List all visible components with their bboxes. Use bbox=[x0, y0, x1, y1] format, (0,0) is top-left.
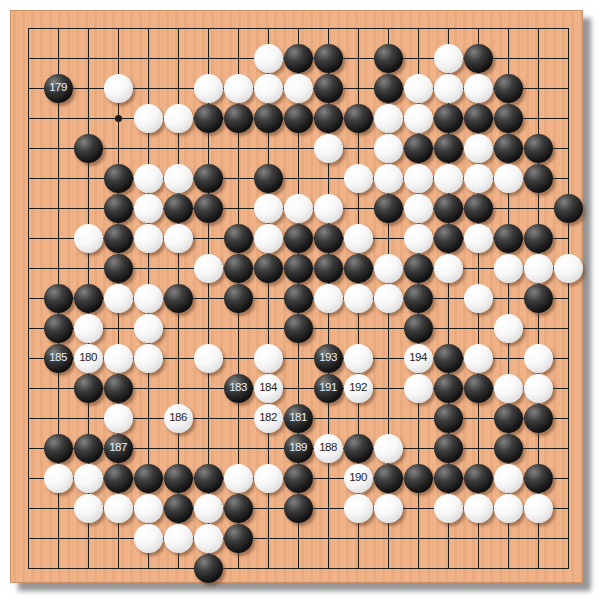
stone-white bbox=[134, 314, 163, 343]
stone-black bbox=[104, 224, 133, 253]
move-number-label: 180 bbox=[79, 352, 97, 364]
stone-move-191: 191 bbox=[314, 374, 343, 403]
move-number-label: 193 bbox=[319, 352, 337, 364]
stone-white bbox=[494, 374, 523, 403]
stone-white bbox=[284, 74, 313, 103]
stone-white bbox=[164, 164, 193, 193]
stone-white bbox=[134, 104, 163, 133]
stone-black bbox=[194, 164, 223, 193]
stone-black bbox=[434, 344, 463, 373]
stone-black bbox=[374, 74, 403, 103]
stone-black bbox=[254, 104, 283, 133]
stone-black bbox=[494, 224, 523, 253]
stone-white bbox=[524, 374, 553, 403]
stone-white bbox=[134, 194, 163, 223]
stone-black bbox=[314, 44, 343, 73]
grid-line-horizontal bbox=[28, 538, 569, 539]
stone-black bbox=[284, 464, 313, 493]
move-number-label: 186 bbox=[169, 412, 187, 424]
stone-white bbox=[134, 494, 163, 523]
stone-black bbox=[104, 464, 133, 493]
stone-white bbox=[434, 164, 463, 193]
stone-black bbox=[194, 464, 223, 493]
stone-black bbox=[404, 134, 433, 163]
move-number-label: 191 bbox=[319, 382, 337, 394]
stone-white bbox=[494, 494, 523, 523]
stone-black bbox=[404, 254, 433, 283]
move-number-label: 185 bbox=[49, 352, 67, 364]
stone-white bbox=[554, 254, 583, 283]
stone-black bbox=[464, 104, 493, 133]
stone-black bbox=[404, 284, 433, 313]
stone-black bbox=[194, 554, 223, 583]
stone-black bbox=[314, 104, 343, 133]
stone-white bbox=[344, 284, 373, 313]
move-number-label: 183 bbox=[229, 382, 247, 394]
stone-white bbox=[404, 374, 433, 403]
stone-white bbox=[374, 254, 403, 283]
stone-black bbox=[494, 434, 523, 463]
stone-white bbox=[254, 224, 283, 253]
stone-black bbox=[44, 284, 73, 313]
stone-black bbox=[524, 164, 553, 193]
stone-black bbox=[74, 374, 103, 403]
stone-black bbox=[374, 464, 403, 493]
stone-black bbox=[524, 224, 553, 253]
move-number-label: 182 bbox=[259, 412, 277, 424]
stone-white bbox=[464, 494, 493, 523]
stone-white bbox=[344, 164, 373, 193]
stone-move-181: 181 bbox=[284, 404, 313, 433]
stone-black bbox=[494, 74, 523, 103]
stone-white bbox=[314, 194, 343, 223]
stone-black bbox=[314, 224, 343, 253]
stone-black bbox=[284, 494, 313, 523]
stone-white bbox=[74, 314, 103, 343]
stone-white bbox=[404, 74, 433, 103]
stone-black bbox=[284, 254, 313, 283]
stone-white bbox=[134, 224, 163, 253]
move-number-label: 189 bbox=[289, 442, 307, 454]
stone-black bbox=[524, 464, 553, 493]
stone-black bbox=[164, 494, 193, 523]
move-number-label: 188 bbox=[319, 442, 337, 454]
stone-black bbox=[284, 44, 313, 73]
stone-black bbox=[344, 254, 373, 283]
stone-black bbox=[164, 464, 193, 493]
stone-black bbox=[134, 464, 163, 493]
stone-black bbox=[284, 314, 313, 343]
grid-line-horizontal bbox=[28, 568, 569, 569]
stone-black bbox=[494, 104, 523, 133]
move-number-label: 184 bbox=[259, 382, 277, 394]
move-number-label: 194 bbox=[409, 352, 427, 364]
stone-black bbox=[524, 284, 553, 313]
stone-white bbox=[374, 494, 403, 523]
stone-white bbox=[254, 344, 283, 373]
stone-black bbox=[254, 254, 283, 283]
stone-white bbox=[104, 284, 133, 313]
stone-white bbox=[374, 284, 403, 313]
stone-black bbox=[314, 74, 343, 103]
stone-white bbox=[104, 404, 133, 433]
stone-black bbox=[284, 104, 313, 133]
stone-black bbox=[104, 194, 133, 223]
stone-move-179: 179 bbox=[44, 74, 73, 103]
stone-white bbox=[224, 74, 253, 103]
stone-black bbox=[224, 254, 253, 283]
stone-white bbox=[104, 344, 133, 373]
stone-black bbox=[104, 254, 133, 283]
stone-white bbox=[344, 344, 373, 373]
stone-white bbox=[464, 164, 493, 193]
stone-black bbox=[434, 434, 463, 463]
stone-white bbox=[224, 464, 253, 493]
stone-move-188: 188 bbox=[314, 434, 343, 463]
stone-white bbox=[374, 104, 403, 133]
move-number-label: 179 bbox=[49, 82, 67, 94]
stone-white bbox=[74, 494, 103, 523]
stone-move-184: 184 bbox=[254, 374, 283, 403]
stone-white bbox=[344, 494, 373, 523]
stone-black bbox=[224, 104, 253, 133]
stone-white bbox=[134, 344, 163, 373]
stone-white bbox=[404, 194, 433, 223]
go-game-diagram: 1791851801931941831841911921861821811871… bbox=[0, 0, 600, 600]
stone-white bbox=[404, 224, 433, 253]
stone-black bbox=[344, 104, 373, 133]
stone-white bbox=[44, 464, 73, 493]
stone-move-185: 185 bbox=[44, 344, 73, 373]
stone-black bbox=[104, 164, 133, 193]
stone-white bbox=[74, 464, 103, 493]
stone-black bbox=[404, 314, 433, 343]
stone-black bbox=[74, 434, 103, 463]
stone-white bbox=[194, 524, 223, 553]
move-number-label: 190 bbox=[349, 472, 367, 484]
stone-black bbox=[374, 194, 403, 223]
stone-white bbox=[464, 134, 493, 163]
stone-move-182: 182 bbox=[254, 404, 283, 433]
stone-black bbox=[434, 104, 463, 133]
stone-white bbox=[434, 44, 463, 73]
star-point bbox=[115, 115, 122, 122]
stone-white bbox=[104, 494, 133, 523]
stone-white bbox=[434, 494, 463, 523]
stone-black bbox=[434, 224, 463, 253]
stone-black bbox=[404, 464, 433, 493]
stone-black bbox=[74, 134, 103, 163]
stone-white bbox=[254, 74, 283, 103]
stone-black bbox=[254, 164, 283, 193]
stone-black bbox=[434, 464, 463, 493]
stone-white bbox=[524, 254, 553, 283]
stone-black bbox=[224, 494, 253, 523]
stone-white bbox=[284, 194, 313, 223]
stone-black bbox=[44, 434, 73, 463]
stone-black bbox=[464, 374, 493, 403]
stone-white bbox=[434, 254, 463, 283]
stone-black bbox=[74, 284, 103, 313]
stone-black bbox=[284, 224, 313, 253]
stone-black bbox=[224, 524, 253, 553]
stone-black bbox=[434, 194, 463, 223]
stone-white bbox=[464, 284, 493, 313]
stone-black bbox=[194, 194, 223, 223]
stone-black bbox=[44, 314, 73, 343]
stone-move-187: 187 bbox=[104, 434, 133, 463]
stone-white bbox=[494, 314, 523, 343]
stone-white bbox=[104, 74, 133, 103]
stone-white bbox=[314, 134, 343, 163]
stone-black bbox=[434, 374, 463, 403]
stone-black bbox=[194, 104, 223, 133]
stone-black bbox=[464, 44, 493, 73]
stone-white bbox=[374, 164, 403, 193]
stone-black bbox=[434, 404, 463, 433]
stone-white bbox=[164, 224, 193, 253]
stone-white bbox=[494, 464, 523, 493]
stone-white bbox=[164, 524, 193, 553]
stone-white bbox=[194, 74, 223, 103]
stone-black bbox=[314, 254, 343, 283]
stone-white bbox=[194, 254, 223, 283]
stone-white bbox=[464, 344, 493, 373]
stone-white bbox=[194, 494, 223, 523]
stone-black bbox=[164, 284, 193, 313]
stone-black bbox=[284, 284, 313, 313]
stone-white bbox=[134, 164, 163, 193]
stone-black bbox=[494, 404, 523, 433]
stone-black bbox=[524, 134, 553, 163]
stone-white bbox=[404, 164, 433, 193]
stone-white bbox=[254, 194, 283, 223]
move-number-label: 187 bbox=[109, 442, 127, 454]
stone-black bbox=[224, 224, 253, 253]
stone-white bbox=[524, 494, 553, 523]
stone-white bbox=[314, 284, 343, 313]
stone-move-183: 183 bbox=[224, 374, 253, 403]
move-number-label: 192 bbox=[349, 382, 367, 394]
stone-white bbox=[464, 224, 493, 253]
grid-line-vertical bbox=[568, 28, 569, 569]
stone-black bbox=[224, 284, 253, 313]
stone-white bbox=[254, 464, 283, 493]
stone-white bbox=[434, 74, 463, 103]
stone-white bbox=[344, 224, 373, 253]
move-number-label: 181 bbox=[289, 412, 307, 424]
stone-move-194: 194 bbox=[404, 344, 433, 373]
stone-black bbox=[164, 194, 193, 223]
stone-white bbox=[494, 254, 523, 283]
stone-white bbox=[464, 74, 493, 103]
stone-black bbox=[344, 434, 373, 463]
stone-white bbox=[134, 524, 163, 553]
stone-white bbox=[494, 164, 523, 193]
stone-black bbox=[464, 464, 493, 493]
stone-move-186: 186 bbox=[164, 404, 193, 433]
stone-white bbox=[194, 344, 223, 373]
stone-black bbox=[104, 374, 133, 403]
stone-white bbox=[524, 344, 553, 373]
stone-white bbox=[134, 284, 163, 313]
stone-white bbox=[374, 434, 403, 463]
stone-white bbox=[74, 224, 103, 253]
stone-white bbox=[254, 44, 283, 73]
stone-move-190: 190 bbox=[344, 464, 373, 493]
stone-white bbox=[374, 134, 403, 163]
stone-move-189: 189 bbox=[284, 434, 313, 463]
stone-black bbox=[374, 44, 403, 73]
stone-black bbox=[554, 194, 583, 223]
stone-black bbox=[434, 134, 463, 163]
stone-move-180: 180 bbox=[74, 344, 103, 373]
stone-black bbox=[494, 134, 523, 163]
stone-black bbox=[524, 404, 553, 433]
stone-black bbox=[464, 194, 493, 223]
stone-move-193: 193 bbox=[314, 344, 343, 373]
stone-move-192: 192 bbox=[344, 374, 373, 403]
stone-white bbox=[164, 104, 193, 133]
stone-white bbox=[404, 104, 433, 133]
